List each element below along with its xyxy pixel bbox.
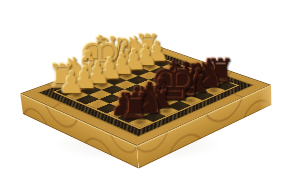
chess-set-photo: ♜♟♟♜♞♟♟♞♝♟♟♝♛♟♟♛♚♟♟♚♝♟♟♝♞♟♟♞♜♟♟♜ bbox=[0, 0, 290, 194]
chess-piece-white-pawn: ♟ bbox=[46, 68, 97, 98]
chess-piece-black-rook: ♜ bbox=[108, 89, 162, 125]
